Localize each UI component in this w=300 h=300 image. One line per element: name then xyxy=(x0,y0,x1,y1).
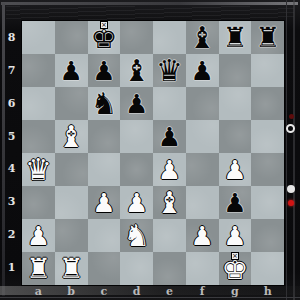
square-e1[interactable] xyxy=(153,252,186,285)
square-d6[interactable]: ♟ xyxy=(120,87,153,120)
black-rook[interactable]: ♜ xyxy=(222,24,247,52)
black-pawn[interactable]: ♟ xyxy=(92,58,115,84)
file-labels: abcdefgh xyxy=(22,285,284,298)
file-label-c: c xyxy=(88,285,121,298)
black-pawn[interactable]: ♟ xyxy=(158,124,181,150)
black-rook[interactable]: ♜ xyxy=(255,24,280,52)
square-b2[interactable] xyxy=(55,219,88,252)
square-d5[interactable] xyxy=(120,120,153,153)
square-b4[interactable] xyxy=(55,153,88,186)
rank-label-1: 1 xyxy=(4,251,19,284)
square-e3[interactable]: ♝ xyxy=(153,186,186,219)
file-label-a: a xyxy=(22,285,55,298)
square-f3[interactable] xyxy=(186,186,219,219)
file-label-h: h xyxy=(251,285,284,298)
square-a1[interactable]: ♜ xyxy=(22,252,55,285)
black-pawn[interactable]: ♟ xyxy=(223,190,246,216)
file-label-g: g xyxy=(219,285,252,298)
square-h5[interactable] xyxy=(251,120,284,153)
square-g2[interactable]: ♟ xyxy=(219,219,252,252)
square-h1[interactable] xyxy=(251,252,284,285)
square-c4[interactable] xyxy=(88,153,121,186)
square-h7[interactable] xyxy=(251,54,284,87)
rank-label-6: 6 xyxy=(4,87,19,120)
black-pawn[interactable]: ♟ xyxy=(190,58,213,84)
square-b8[interactable] xyxy=(55,21,88,54)
square-e6[interactable] xyxy=(153,87,186,120)
square-c1[interactable] xyxy=(88,252,121,285)
white-queen[interactable]: ♛ xyxy=(25,155,52,185)
square-a7[interactable] xyxy=(22,54,55,87)
rank-label-2: 2 xyxy=(4,218,19,251)
square-b3[interactable] xyxy=(55,186,88,219)
square-g6[interactable] xyxy=(219,87,252,120)
square-d2[interactable]: ♞ xyxy=(120,219,153,252)
square-b7[interactable]: ♟ xyxy=(55,54,88,87)
white-pawn[interactable]: ♟ xyxy=(158,157,181,183)
square-b1[interactable]: ♜ xyxy=(55,252,88,285)
black-pawn[interactable]: ♟ xyxy=(125,91,148,117)
square-e2[interactable] xyxy=(153,219,186,252)
white-red-led-indicator xyxy=(288,200,294,206)
black-knight[interactable]: ♞ xyxy=(90,89,117,119)
square-c3[interactable]: ♟ xyxy=(88,186,121,219)
square-a3[interactable] xyxy=(22,186,55,219)
black-white-ring-indicator xyxy=(286,124,295,133)
square-h2[interactable] xyxy=(251,219,284,252)
square-d1[interactable] xyxy=(120,252,153,285)
frame-wood-texture xyxy=(6,6,294,20)
square-h8[interactable]: ♜ xyxy=(251,21,284,54)
white-king-cross-marker: × xyxy=(231,252,239,260)
square-f5[interactable] xyxy=(186,120,219,153)
square-d3[interactable]: ♟ xyxy=(120,186,153,219)
square-f6[interactable] xyxy=(186,87,219,120)
white-bishop[interactable]: ♝ xyxy=(156,188,183,218)
black-bishop[interactable]: ♝ xyxy=(123,56,150,86)
square-a8[interactable] xyxy=(22,21,55,54)
square-a4[interactable]: ♛ xyxy=(22,153,55,186)
white-pawn[interactable]: ♟ xyxy=(27,223,50,249)
square-c5[interactable] xyxy=(88,120,121,153)
square-h3[interactable] xyxy=(251,186,284,219)
rank-labels: 87654321 xyxy=(4,21,19,284)
file-label-e: e xyxy=(153,285,186,298)
square-c2[interactable] xyxy=(88,219,121,252)
white-bishop[interactable]: ♝ xyxy=(58,122,85,152)
black-pawn[interactable]: ♟ xyxy=(59,58,82,84)
square-b5[interactable]: ♝ xyxy=(55,120,88,153)
square-f1[interactable] xyxy=(186,252,219,285)
square-g4[interactable]: ♟ xyxy=(219,153,252,186)
rank-label-4: 4 xyxy=(4,153,19,186)
white-rook[interactable]: ♜ xyxy=(59,255,84,283)
rank-label-8: 8 xyxy=(4,21,19,54)
square-e7[interactable]: ♛ xyxy=(153,54,186,87)
square-e8[interactable] xyxy=(153,21,186,54)
square-g8[interactable]: ♜ xyxy=(219,21,252,54)
square-d8[interactable] xyxy=(120,21,153,54)
white-pawn[interactable]: ♟ xyxy=(125,190,148,216)
white-pawn[interactable]: ♟ xyxy=(190,223,213,249)
square-g3[interactable]: ♟ xyxy=(219,186,252,219)
white-pawn[interactable]: ♟ xyxy=(223,157,246,183)
white-knight[interactable]: ♞ xyxy=(123,221,150,251)
square-f4[interactable] xyxy=(186,153,219,186)
black-bishop[interactable]: ♝ xyxy=(189,23,216,53)
square-c7[interactable]: ♟ xyxy=(88,54,121,87)
black-queen[interactable]: ♛ xyxy=(156,56,183,86)
square-f8[interactable]: ♝ xyxy=(186,21,219,54)
square-e5[interactable]: ♟ xyxy=(153,120,186,153)
white-white-led-indicator xyxy=(287,185,295,193)
square-a5[interactable] xyxy=(22,120,55,153)
rank-label-3: 3 xyxy=(4,185,19,218)
square-h6[interactable] xyxy=(251,87,284,120)
chess-board[interactable]: ♚×♝♜♜♟♟♝♛♟♞♟♝♟♛♟♟♟♟♝♟♟♞♟♟♜♜♚× xyxy=(21,20,285,286)
square-b6[interactable] xyxy=(55,87,88,120)
square-a2[interactable]: ♟ xyxy=(22,219,55,252)
file-label-b: b xyxy=(55,285,88,298)
black-king-cross-marker: × xyxy=(100,21,108,29)
square-g7[interactable] xyxy=(219,54,252,87)
square-f7[interactable]: ♟ xyxy=(186,54,219,87)
square-g1[interactable]: ♚× xyxy=(219,252,252,285)
white-rook[interactable]: ♜ xyxy=(26,255,51,283)
square-d7[interactable]: ♝ xyxy=(120,54,153,87)
black-red-led-indicator xyxy=(289,114,294,119)
white-pawn[interactable]: ♟ xyxy=(92,190,115,216)
square-h4[interactable] xyxy=(251,153,284,186)
file-label-f: f xyxy=(186,285,219,298)
square-f2[interactable]: ♟ xyxy=(186,219,219,252)
square-c8[interactable]: ♚× xyxy=(88,21,121,54)
square-g5[interactable] xyxy=(219,120,252,153)
rank-label-7: 7 xyxy=(4,54,19,87)
rank-label-5: 5 xyxy=(4,120,19,153)
square-e4[interactable]: ♟ xyxy=(153,153,186,186)
white-pawn[interactable]: ♟ xyxy=(223,223,246,249)
square-d4[interactable] xyxy=(120,153,153,186)
square-a6[interactable] xyxy=(22,87,55,120)
square-c6[interactable]: ♞ xyxy=(88,87,121,120)
file-label-d: d xyxy=(120,285,153,298)
